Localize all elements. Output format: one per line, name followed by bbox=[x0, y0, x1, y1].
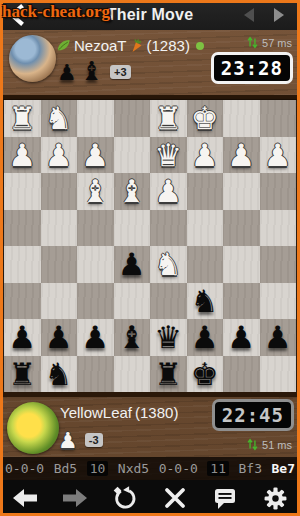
opponent-rating: (1283) bbox=[147, 37, 190, 54]
opponent-captured-tray: ♟♝+3 bbox=[57, 56, 131, 86]
square-f2[interactable]: ♟ bbox=[77, 137, 114, 174]
white-pawn: ♟ bbox=[41, 137, 78, 174]
player-material-badge: -3 bbox=[85, 433, 103, 447]
square-d3[interactable]: ♟ bbox=[150, 173, 187, 210]
black-pawn: ♟ bbox=[41, 319, 78, 356]
square-c5[interactable] bbox=[187, 246, 224, 283]
square-g5[interactable] bbox=[41, 246, 78, 283]
close-x-icon bbox=[163, 486, 187, 510]
square-h1[interactable]: ♜ bbox=[4, 100, 41, 137]
square-h3[interactable] bbox=[4, 173, 41, 210]
move-item[interactable]: Bd5 bbox=[54, 461, 77, 476]
chat-bubble-icon bbox=[212, 486, 238, 511]
white-bishop: ♝ bbox=[77, 173, 114, 210]
square-a8[interactable] bbox=[260, 356, 297, 393]
square-a6[interactable] bbox=[260, 283, 297, 320]
square-a3[interactable] bbox=[260, 173, 297, 210]
opponent-latency: 57 ms bbox=[246, 36, 292, 49]
square-b6[interactable] bbox=[223, 283, 260, 320]
black-pawn: ♟ bbox=[187, 319, 224, 356]
black-rook: ♜ bbox=[4, 356, 41, 393]
square-g4[interactable] bbox=[41, 210, 78, 247]
square-g8[interactable]: ♞ bbox=[41, 356, 78, 393]
black-pawn: ♟ bbox=[4, 319, 41, 356]
square-e3[interactable]: ♝ bbox=[114, 173, 151, 210]
square-d5[interactable]: ♞ bbox=[150, 246, 187, 283]
opponent-avatar[interactable] bbox=[9, 35, 56, 82]
square-c1[interactable]: ♚ bbox=[187, 100, 224, 137]
black-queen: ♛ bbox=[150, 319, 187, 356]
white-knight: ♞ bbox=[41, 100, 78, 137]
player-name: YellowLeaf bbox=[60, 404, 132, 421]
settings-button[interactable] bbox=[258, 483, 292, 513]
app-screen: Their Move hack-cheat.org NezoaT (1283) … bbox=[0, 0, 300, 516]
square-h8[interactable]: ♜ bbox=[4, 356, 41, 393]
player-latency: 51 ms bbox=[246, 438, 292, 451]
square-e7[interactable]: ♝ bbox=[114, 319, 151, 356]
square-b8[interactable] bbox=[223, 356, 260, 393]
square-g1[interactable]: ♞ bbox=[41, 100, 78, 137]
move-number: 11 bbox=[207, 461, 229, 476]
updown-arrows-icon bbox=[246, 36, 259, 49]
square-d7[interactable]: ♛ bbox=[150, 319, 187, 356]
square-a1[interactable] bbox=[260, 100, 297, 137]
square-a4[interactable] bbox=[260, 210, 297, 247]
player-rating: (1380) bbox=[135, 404, 178, 421]
prev-move-triangle-icon bbox=[241, 7, 257, 23]
page-title: Their Move bbox=[107, 6, 193, 24]
square-a5[interactable] bbox=[260, 246, 297, 283]
opponent-name: NezoaT bbox=[74, 37, 127, 54]
white-rook: ♜ bbox=[4, 100, 41, 137]
black-pawn: ♟ bbox=[114, 246, 151, 283]
square-f3[interactable]: ♝ bbox=[77, 173, 114, 210]
square-g6[interactable] bbox=[41, 283, 78, 320]
square-c8[interactable]: ♚ bbox=[187, 356, 224, 393]
white-rook: ♜ bbox=[150, 100, 187, 137]
white-pawn: ♟ bbox=[77, 137, 114, 174]
opponent-latency-value: 57 ms bbox=[262, 37, 292, 49]
prev-move-button[interactable] bbox=[240, 7, 258, 23]
white-pawn: ♟ bbox=[223, 137, 260, 174]
player-avatar[interactable] bbox=[7, 402, 59, 454]
forward-arrow-icon bbox=[61, 486, 89, 510]
opponent-material-badge: +3 bbox=[110, 65, 131, 79]
white-pawn: ♟ bbox=[150, 173, 187, 210]
black-king: ♚ bbox=[187, 356, 224, 393]
move-item[interactable]: Be7 bbox=[271, 461, 294, 476]
square-e4[interactable] bbox=[114, 210, 151, 247]
square-b2[interactable]: ♟ bbox=[223, 137, 260, 174]
move-item[interactable]: 0-0-0 bbox=[159, 461, 198, 476]
player-captured-tray: ♟-3 bbox=[58, 424, 103, 454]
chess-board: ♜♞♜♚♟♟♟♛♟♟♟♝♝♟♟♞♞♟♟♟♝♛♟♟♟♜♞♜♚ bbox=[4, 100, 296, 392]
square-e8[interactable] bbox=[114, 356, 151, 393]
black-pawn: ♟ bbox=[260, 319, 297, 356]
square-c7[interactable]: ♟ bbox=[187, 319, 224, 356]
opponent-name-row: NezoaT (1283) bbox=[56, 37, 204, 54]
square-f5[interactable] bbox=[77, 246, 114, 283]
square-e1[interactable] bbox=[114, 100, 151, 137]
white-pawn: ♟ bbox=[260, 137, 297, 174]
rotate-board-button[interactable] bbox=[108, 483, 142, 513]
square-c3[interactable] bbox=[187, 173, 224, 210]
black-rook: ♜ bbox=[150, 356, 187, 393]
square-c6[interactable]: ♞ bbox=[187, 283, 224, 320]
rotate-board-icon bbox=[112, 485, 138, 511]
online-status-dot bbox=[196, 42, 204, 50]
square-h4[interactable] bbox=[4, 210, 41, 247]
captured-black-bishop: ♝ bbox=[80, 56, 103, 86]
close-button[interactable] bbox=[158, 483, 192, 513]
back-arrow-icon bbox=[11, 486, 39, 510]
black-pawn: ♟ bbox=[223, 319, 260, 356]
white-pawn: ♟ bbox=[187, 137, 224, 174]
square-a7[interactable]: ♟ bbox=[260, 319, 297, 356]
move-number: 10 bbox=[87, 461, 109, 476]
board-bottom-edge bbox=[0, 392, 300, 397]
square-e5[interactable]: ♟ bbox=[114, 246, 151, 283]
square-f7[interactable]: ♟ bbox=[77, 319, 114, 356]
square-f1[interactable] bbox=[77, 100, 114, 137]
square-g3[interactable] bbox=[41, 173, 78, 210]
square-d1[interactable]: ♜ bbox=[150, 100, 187, 137]
opponent-clock: 23:28 bbox=[211, 52, 293, 84]
next-move-triangle-icon bbox=[271, 7, 287, 23]
back-move-button[interactable] bbox=[8, 483, 42, 513]
move-item[interactable]: Bf3 bbox=[238, 461, 261, 476]
next-move-button[interactable] bbox=[270, 7, 288, 23]
move-list: 0-0-0Bd510Nxd50-0-011Bf3Be7 bbox=[0, 457, 300, 480]
black-knight: ♞ bbox=[41, 356, 78, 393]
captured-black-pawn: ♟ bbox=[57, 60, 77, 86]
square-f8[interactable] bbox=[77, 356, 114, 393]
square-d2[interactable]: ♛ bbox=[150, 137, 187, 174]
updown-arrows-icon bbox=[246, 438, 259, 451]
player-latency-value: 51 ms bbox=[262, 439, 292, 451]
square-d4[interactable] bbox=[150, 210, 187, 247]
square-b3[interactable] bbox=[223, 173, 260, 210]
white-bishop: ♝ bbox=[114, 173, 151, 210]
player-clock: 22:45 bbox=[212, 399, 294, 431]
square-h6[interactable] bbox=[4, 283, 41, 320]
forward-move-button[interactable] bbox=[58, 483, 92, 513]
black-pawn: ♟ bbox=[77, 319, 114, 356]
settings-gear-icon bbox=[263, 486, 288, 511]
square-b5[interactable] bbox=[223, 246, 260, 283]
bottom-toolbar bbox=[0, 480, 300, 516]
square-h7[interactable]: ♟ bbox=[4, 319, 41, 356]
square-d6[interactable] bbox=[150, 283, 187, 320]
player-name-row: YellowLeaf (1380) bbox=[60, 404, 178, 421]
captured-white-pawn: ♟ bbox=[58, 428, 78, 454]
square-e2[interactable] bbox=[114, 137, 151, 174]
square-f6[interactable] bbox=[77, 283, 114, 320]
move-item[interactable]: Nxd5 bbox=[118, 461, 149, 476]
chat-button[interactable] bbox=[208, 483, 242, 513]
square-g2[interactable]: ♟ bbox=[41, 137, 78, 174]
watermark: hack-cheat.org bbox=[2, 2, 110, 22]
square-h2[interactable]: ♟ bbox=[4, 137, 41, 174]
white-knight: ♞ bbox=[150, 246, 187, 283]
square-b4[interactable] bbox=[223, 210, 260, 247]
white-pawn: ♟ bbox=[4, 137, 41, 174]
square-e6[interactable] bbox=[114, 283, 151, 320]
square-d8[interactable]: ♜ bbox=[150, 356, 187, 393]
square-g7[interactable]: ♟ bbox=[41, 319, 78, 356]
square-a2[interactable]: ♟ bbox=[260, 137, 297, 174]
square-b1[interactable] bbox=[223, 100, 260, 137]
leaf-icon bbox=[56, 38, 71, 53]
square-c2[interactable]: ♟ bbox=[187, 137, 224, 174]
white-queen: ♛ bbox=[150, 137, 187, 174]
square-f4[interactable] bbox=[77, 210, 114, 247]
black-bishop: ♝ bbox=[114, 319, 151, 356]
white-king: ♚ bbox=[187, 100, 224, 137]
black-knight: ♞ bbox=[187, 283, 224, 320]
square-b7[interactable]: ♟ bbox=[223, 319, 260, 356]
move-item[interactable]: 0-0-0 bbox=[5, 461, 44, 476]
carrot-icon bbox=[130, 38, 144, 53]
square-h5[interactable] bbox=[4, 246, 41, 283]
square-c4[interactable] bbox=[187, 210, 224, 247]
